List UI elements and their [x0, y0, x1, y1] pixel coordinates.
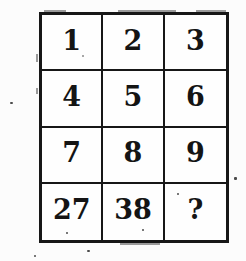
- noise-speck: [142, 229, 144, 231]
- grid-cell-r3c2: 8: [103, 128, 164, 184]
- grid-cell-r1c3: 3: [165, 15, 226, 71]
- grid-cell-r1c1: 1: [42, 15, 103, 71]
- grid-cell-r2c3: 6: [165, 71, 226, 127]
- grid-cell-r1c2: 2: [103, 15, 164, 71]
- noise-speck: [87, 250, 90, 252]
- noise-speck: [177, 193, 179, 195]
- scan-artifact: [118, 10, 176, 12]
- puzzle-page: 1 2 3 4 5 6 7 8 9 27 38 ?: [0, 0, 246, 261]
- scan-artifact: [36, 54, 38, 62]
- noise-speck: [10, 102, 13, 104]
- puzzle-grid: 1 2 3 4 5 6 7 8 9 27 38 ?: [39, 12, 229, 243]
- noise-speck: [234, 177, 237, 180]
- scan-artifact: [44, 10, 66, 12]
- grid-cell-r4c2: 38: [103, 184, 164, 240]
- grid-cell-r2c2: 5: [103, 71, 164, 127]
- scan-artifact: [120, 243, 160, 245]
- noise-speck: [66, 232, 68, 234]
- noise-speck: [34, 255, 36, 257]
- noise-speck: [82, 55, 84, 57]
- grid-cell-r3c3: 9: [165, 128, 226, 184]
- grid-cell-r4c1: 27: [42, 184, 103, 240]
- grid-cell-r3c1: 7: [42, 128, 103, 184]
- scan-artifact: [196, 10, 226, 12]
- grid-cell-r2c1: 4: [42, 71, 103, 127]
- scan-artifact: [36, 88, 38, 94]
- grid-cell-r4c3-missing: ?: [165, 184, 226, 240]
